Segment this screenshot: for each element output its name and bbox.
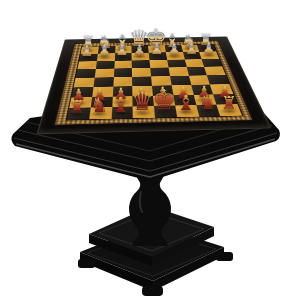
square-f3 <box>171 85 193 95</box>
square-c4 <box>113 77 133 87</box>
square-c2 <box>112 96 133 107</box>
square-a2 <box>69 97 92 108</box>
square-b3 <box>92 86 113 96</box>
square-e1 <box>154 106 177 118</box>
base-foot-left <box>78 259 95 268</box>
square-h2 <box>213 94 237 105</box>
square-b4 <box>93 77 113 87</box>
square-f2 <box>173 95 196 106</box>
base-foot-right <box>216 252 233 261</box>
square-f4 <box>170 76 191 86</box>
square-d2 <box>133 95 154 106</box>
square-a4 <box>74 78 95 88</box>
chess-table-photo: ♜♞♝♛♚♝♞♜♟♟♟♟♟♟♟♟♟♟♟♟♟♟♟♟♜♞♝♛♚♝♞♜ <box>0 0 290 300</box>
square-h1 <box>217 104 242 116</box>
square-e2 <box>153 95 175 106</box>
square-d4 <box>132 76 152 86</box>
square-a3 <box>71 87 93 97</box>
square-a1 <box>67 108 91 120</box>
base-foot-front <box>142 286 163 296</box>
square-h4 <box>207 75 229 84</box>
square-c1 <box>111 107 133 119</box>
square-b1 <box>89 107 112 119</box>
square-f1 <box>175 105 199 117</box>
square-c3 <box>112 86 132 96</box>
square-h3 <box>210 84 233 94</box>
square-d1 <box>133 106 155 118</box>
board-grid <box>65 44 243 120</box>
square-e4 <box>151 76 171 86</box>
square-e3 <box>152 85 173 95</box>
square-d5 <box>132 68 151 77</box>
square-b2 <box>90 96 112 107</box>
square-d3 <box>132 86 152 96</box>
decorative-border <box>54 41 254 126</box>
